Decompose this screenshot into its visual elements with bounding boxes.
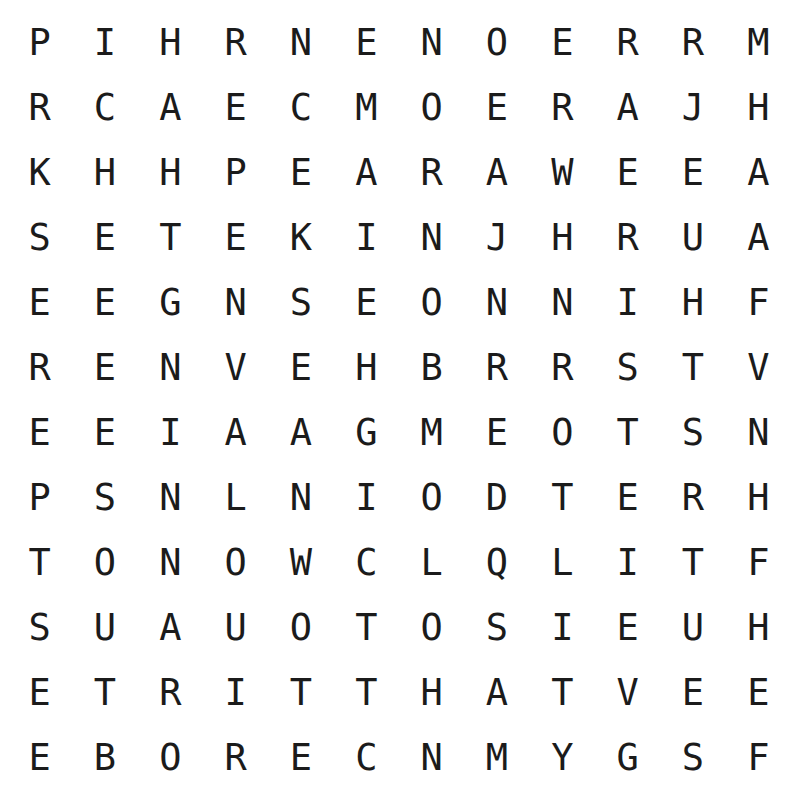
grid-cell[interactable]: M bbox=[726, 10, 791, 75]
grid-cell[interactable]: P bbox=[7, 465, 72, 530]
grid-cell[interactable]: E bbox=[7, 270, 72, 335]
grid-cell[interactable]: T bbox=[530, 660, 595, 725]
grid-cell[interactable]: H bbox=[726, 595, 791, 660]
grid-cell[interactable]: S bbox=[595, 335, 660, 400]
grid-cell[interactable]: W bbox=[530, 140, 595, 205]
grid-cell[interactable]: R bbox=[530, 75, 595, 140]
grid-cell[interactable]: A bbox=[464, 140, 529, 205]
grid-cell[interactable]: H bbox=[334, 335, 399, 400]
grid-cell[interactable]: T bbox=[72, 660, 137, 725]
grid-cell[interactable]: R bbox=[530, 335, 595, 400]
grid-cell[interactable]: A bbox=[464, 660, 529, 725]
grid-cell[interactable]: U bbox=[660, 595, 725, 660]
grid-cell[interactable]: T bbox=[595, 400, 660, 465]
grid-cell[interactable]: H bbox=[138, 10, 203, 75]
grid-cell[interactable]: T bbox=[268, 660, 333, 725]
grid-cell[interactable]: F bbox=[726, 270, 791, 335]
grid-cell[interactable]: B bbox=[72, 725, 137, 790]
grid-cell[interactable]: K bbox=[268, 205, 333, 270]
grid-cell[interactable]: S bbox=[464, 595, 529, 660]
grid-cell[interactable]: S bbox=[268, 270, 333, 335]
grid-cell[interactable]: E bbox=[530, 10, 595, 75]
grid-cell[interactable]: O bbox=[72, 530, 137, 595]
grid-cell[interactable]: R bbox=[595, 205, 660, 270]
grid-cell[interactable]: R bbox=[203, 725, 268, 790]
grid-cell[interactable]: H bbox=[399, 660, 464, 725]
grid-cell[interactable]: K bbox=[7, 140, 72, 205]
grid-cell[interactable]: H bbox=[726, 75, 791, 140]
grid-cell[interactable]: I bbox=[334, 205, 399, 270]
grid-cell[interactable]: R bbox=[7, 335, 72, 400]
grid-cell[interactable]: R bbox=[138, 660, 203, 725]
grid-cell[interactable]: A bbox=[203, 400, 268, 465]
grid-cell[interactable]: I bbox=[138, 400, 203, 465]
grid-cell[interactable]: S bbox=[72, 465, 137, 530]
grid-cell[interactable]: M bbox=[464, 725, 529, 790]
grid-cell[interactable]: I bbox=[72, 10, 137, 75]
grid-cell[interactable]: T bbox=[138, 205, 203, 270]
grid-cell[interactable]: S bbox=[7, 595, 72, 660]
grid-cell[interactable]: E bbox=[72, 270, 137, 335]
grid-cell[interactable]: L bbox=[399, 530, 464, 595]
grid-cell[interactable]: E bbox=[268, 725, 333, 790]
grid-cell[interactable]: E bbox=[72, 335, 137, 400]
grid-cell[interactable]: R bbox=[7, 75, 72, 140]
grid-cell[interactable]: N bbox=[399, 10, 464, 75]
grid-cell[interactable]: C bbox=[72, 75, 137, 140]
grid-cell[interactable]: U bbox=[72, 595, 137, 660]
grid-cell[interactable]: G bbox=[334, 400, 399, 465]
grid-cell[interactable]: O bbox=[399, 465, 464, 530]
grid-cell[interactable]: T bbox=[660, 335, 725, 400]
grid-cell[interactable]: R bbox=[595, 10, 660, 75]
grid-cell[interactable]: R bbox=[660, 465, 725, 530]
grid-cell[interactable]: C bbox=[268, 75, 333, 140]
grid-cell[interactable]: N bbox=[399, 205, 464, 270]
grid-cell[interactable]: E bbox=[595, 595, 660, 660]
grid-cell[interactable]: E bbox=[7, 725, 72, 790]
grid-cell[interactable]: I bbox=[595, 530, 660, 595]
grid-cell[interactable]: N bbox=[203, 270, 268, 335]
grid-cell[interactable]: T bbox=[334, 660, 399, 725]
word-search-grid: PIHRNENOERRMRCAECMOERAJHKHHPEARAWEEASETE… bbox=[7, 10, 791, 790]
grid-cell[interactable]: F bbox=[726, 725, 791, 790]
grid-cell[interactable]: N bbox=[726, 400, 791, 465]
grid-cell[interactable]: T bbox=[660, 530, 725, 595]
grid-cell[interactable]: A bbox=[268, 400, 333, 465]
grid-cell[interactable]: R bbox=[660, 10, 725, 75]
grid-cell[interactable]: A bbox=[595, 75, 660, 140]
grid-cell[interactable]: A bbox=[138, 595, 203, 660]
grid-cell[interactable]: H bbox=[660, 270, 725, 335]
grid-cell[interactable]: E bbox=[660, 660, 725, 725]
grid-cell[interactable]: A bbox=[726, 140, 791, 205]
grid-cell[interactable]: N bbox=[464, 270, 529, 335]
grid-cell[interactable]: E bbox=[72, 400, 137, 465]
grid-cell[interactable]: D bbox=[464, 465, 529, 530]
grid-cell[interactable]: A bbox=[726, 205, 791, 270]
grid-cell[interactable]: O bbox=[530, 400, 595, 465]
grid-cell[interactable]: N bbox=[530, 270, 595, 335]
grid-cell[interactable]: N bbox=[138, 530, 203, 595]
grid-cell[interactable]: O bbox=[399, 270, 464, 335]
grid-cell[interactable]: I bbox=[203, 660, 268, 725]
grid-cell[interactable]: B bbox=[399, 335, 464, 400]
grid-cell[interactable]: E bbox=[464, 75, 529, 140]
grid-cell[interactable]: F bbox=[726, 530, 791, 595]
grid-cell[interactable]: G bbox=[138, 270, 203, 335]
grid-cell[interactable]: O bbox=[464, 10, 529, 75]
grid-cell[interactable]: E bbox=[203, 75, 268, 140]
grid-cell[interactable]: P bbox=[7, 10, 72, 75]
grid-cell[interactable]: S bbox=[660, 400, 725, 465]
grid-cell[interactable]: E bbox=[268, 335, 333, 400]
grid-cell[interactable]: E bbox=[334, 10, 399, 75]
grid-cell[interactable]: H bbox=[530, 205, 595, 270]
grid-cell[interactable]: T bbox=[530, 465, 595, 530]
grid-cell[interactable]: J bbox=[464, 205, 529, 270]
grid-cell[interactable]: L bbox=[530, 530, 595, 595]
grid-cell[interactable]: E bbox=[203, 205, 268, 270]
grid-cell[interactable]: C bbox=[334, 530, 399, 595]
grid-cell[interactable]: N bbox=[268, 10, 333, 75]
grid-cell[interactable]: T bbox=[7, 530, 72, 595]
grid-cell[interactable]: O bbox=[203, 530, 268, 595]
grid-cell[interactable]: Q bbox=[464, 530, 529, 595]
grid-cell[interactable]: E bbox=[464, 400, 529, 465]
grid-cell[interactable]: I bbox=[334, 465, 399, 530]
grid-cell[interactable]: M bbox=[334, 75, 399, 140]
grid-cell[interactable]: S bbox=[660, 725, 725, 790]
grid-cell[interactable]: E bbox=[72, 205, 137, 270]
grid-cell[interactable]: J bbox=[660, 75, 725, 140]
grid-cell[interactable]: G bbox=[595, 725, 660, 790]
grid-cell[interactable]: U bbox=[203, 595, 268, 660]
grid-cell[interactable]: V bbox=[726, 335, 791, 400]
grid-cell[interactable]: O bbox=[138, 725, 203, 790]
grid-cell[interactable]: U bbox=[660, 205, 725, 270]
grid-cell[interactable]: E bbox=[334, 270, 399, 335]
grid-cell[interactable]: H bbox=[726, 465, 791, 530]
grid-cell[interactable]: I bbox=[595, 270, 660, 335]
grid-cell[interactable]: V bbox=[203, 335, 268, 400]
grid-cell[interactable]: W bbox=[268, 530, 333, 595]
grid-cell[interactable]: E bbox=[268, 140, 333, 205]
grid-cell[interactable]: R bbox=[464, 335, 529, 400]
grid-cell[interactable]: N bbox=[268, 465, 333, 530]
grid-cell[interactable]: E bbox=[660, 140, 725, 205]
grid-cell[interactable]: N bbox=[399, 725, 464, 790]
grid-cell[interactable]: E bbox=[7, 400, 72, 465]
grid-cell[interactable]: H bbox=[138, 140, 203, 205]
grid-cell[interactable]: N bbox=[138, 335, 203, 400]
grid-cell[interactable]: E bbox=[7, 660, 72, 725]
grid-cell[interactable]: A bbox=[334, 140, 399, 205]
grid-cell[interactable]: E bbox=[595, 140, 660, 205]
grid-cell[interactable]: V bbox=[595, 660, 660, 725]
grid-cell[interactable]: S bbox=[7, 205, 72, 270]
grid-cell[interactable]: O bbox=[268, 595, 333, 660]
grid-cell[interactable]: T bbox=[334, 595, 399, 660]
grid-cell[interactable]: C bbox=[334, 725, 399, 790]
grid-cell[interactable]: H bbox=[72, 140, 137, 205]
grid-cell[interactable]: N bbox=[138, 465, 203, 530]
grid-cell[interactable]: E bbox=[595, 465, 660, 530]
grid-cell[interactable]: M bbox=[399, 400, 464, 465]
grid-cell[interactable]: O bbox=[399, 75, 464, 140]
grid-cell[interactable]: L bbox=[203, 465, 268, 530]
grid-cell[interactable]: I bbox=[530, 595, 595, 660]
grid-cell[interactable]: O bbox=[399, 595, 464, 660]
grid-cell[interactable]: P bbox=[203, 140, 268, 205]
grid-cell[interactable]: E bbox=[726, 660, 791, 725]
grid-cell[interactable]: Y bbox=[530, 725, 595, 790]
grid-cell[interactable]: A bbox=[138, 75, 203, 140]
grid-cell[interactable]: R bbox=[203, 10, 268, 75]
grid-cell[interactable]: R bbox=[399, 140, 464, 205]
